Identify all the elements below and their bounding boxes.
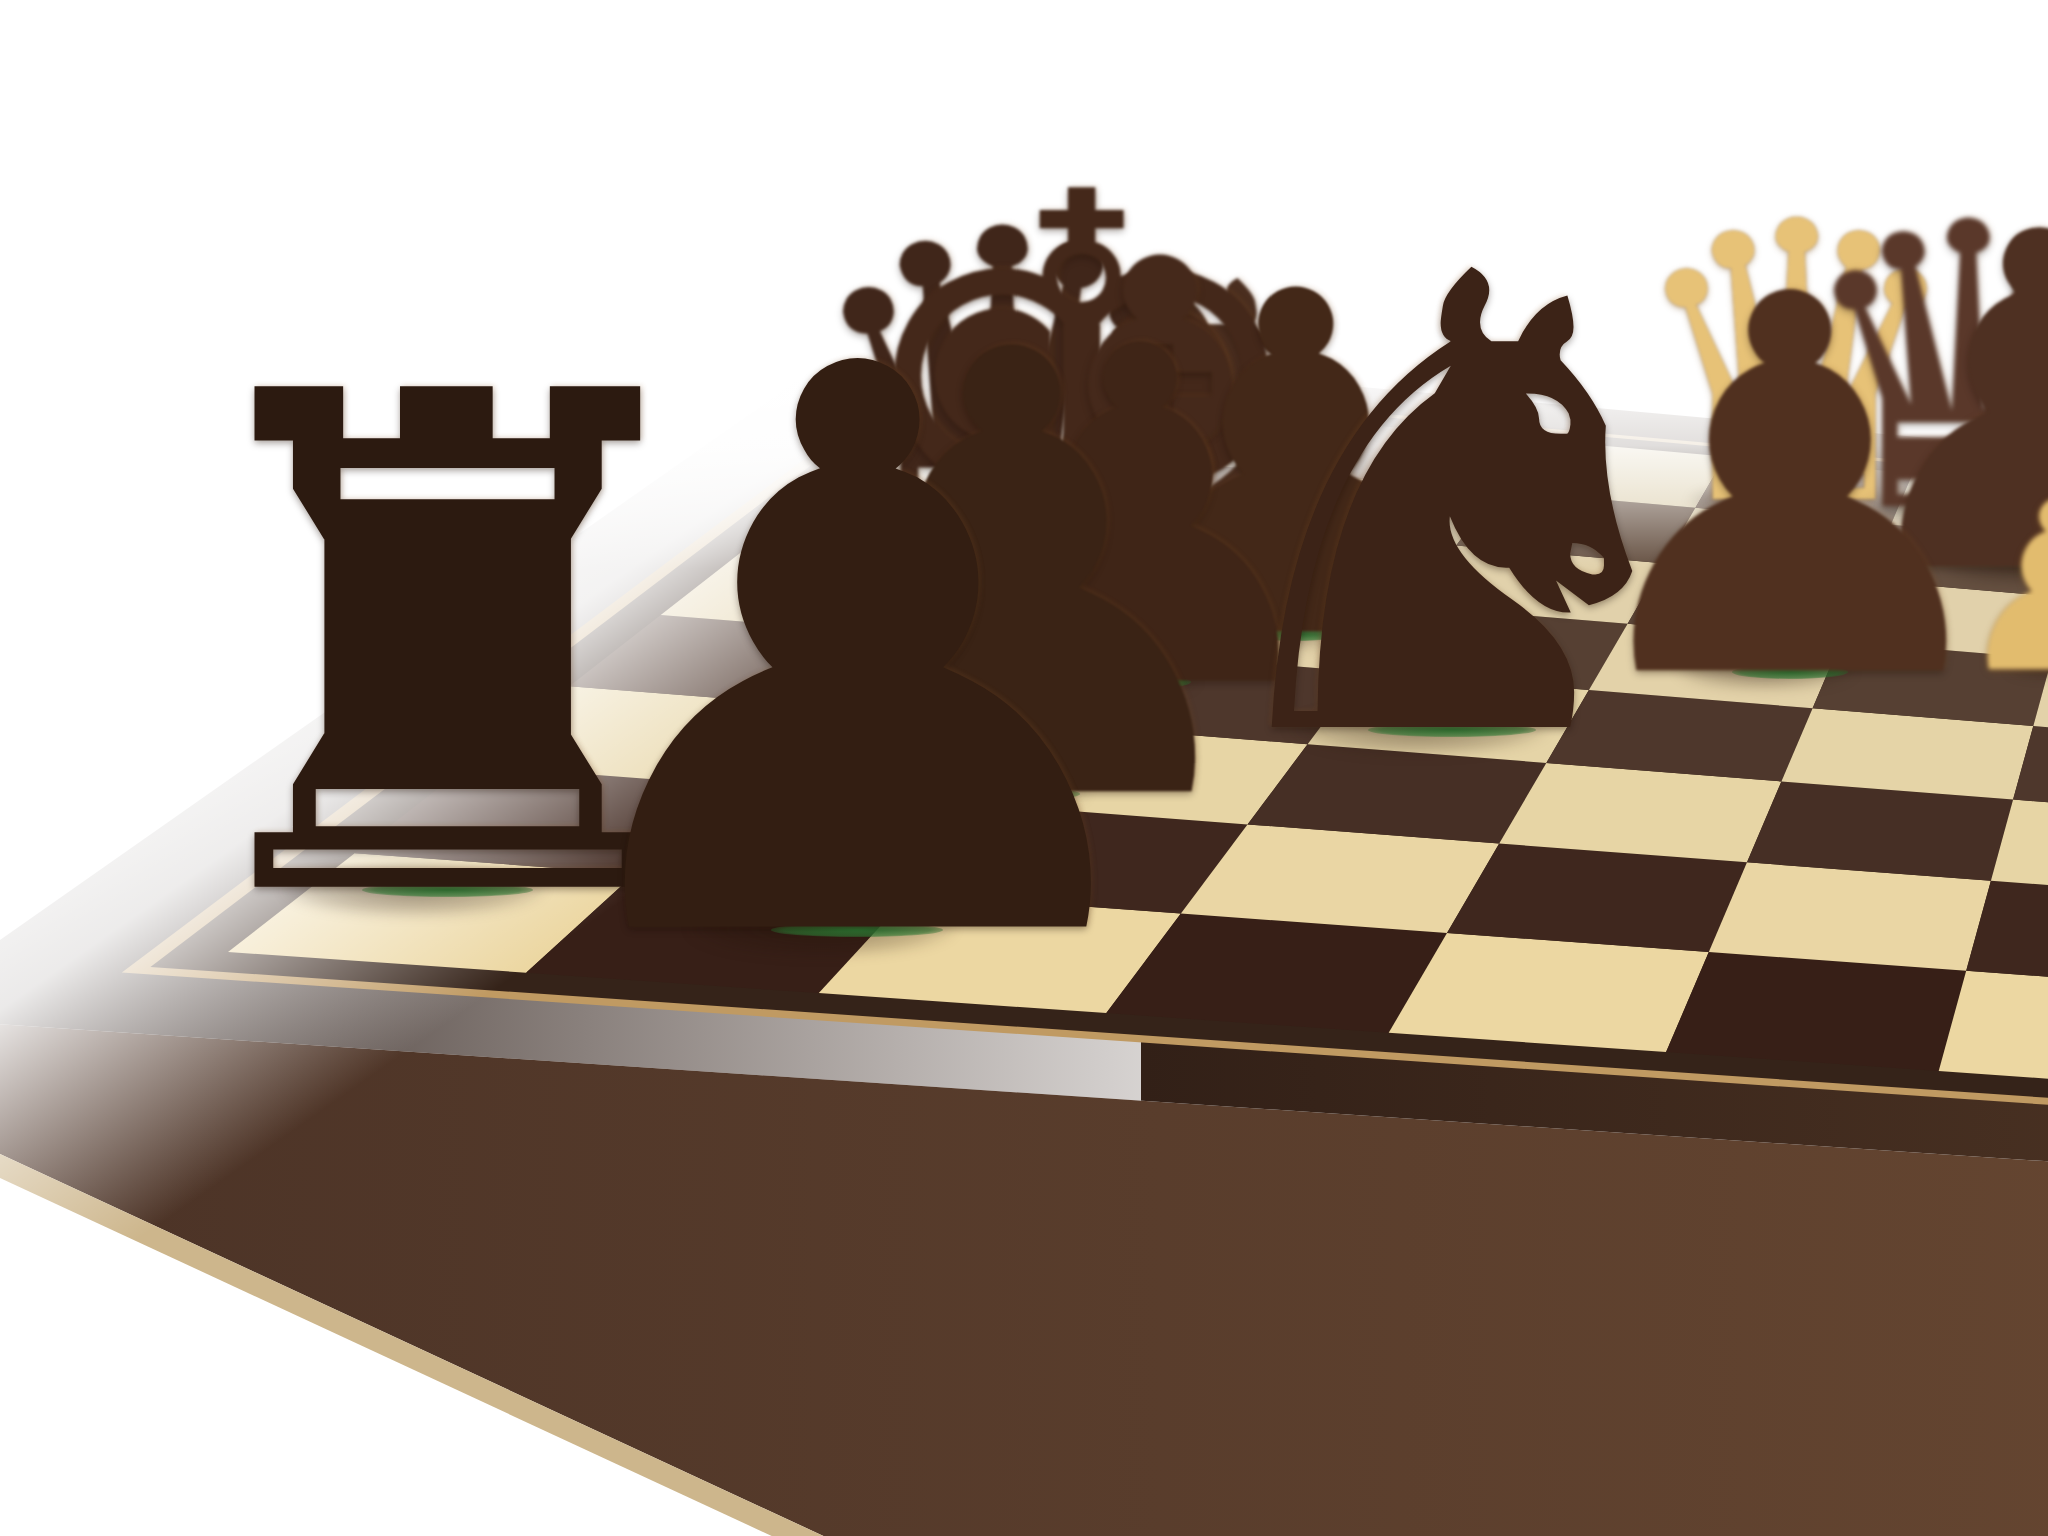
pawn-glyph: ♟ — [469, 268, 1247, 1046]
square-e1[interactable] — [1389, 933, 1709, 1052]
square-f1[interactable] — [1666, 952, 1966, 1071]
piece-black-pawn-b1[interactable]: ♟ — [469, 268, 1247, 1046]
chess-photo-scene: ♛♟♟♛♟♞♝♚♛♟♟♞♟♟♜ — [0, 0, 2048, 1536]
square-f2[interactable] — [1709, 862, 1991, 970]
